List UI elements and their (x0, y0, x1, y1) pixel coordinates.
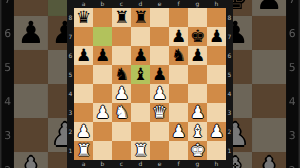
square-b7[interactable] (93, 27, 112, 46)
square-d4[interactable] (131, 84, 150, 103)
file-label: f (169, 0, 188, 8)
square-e5[interactable]: ♟ (150, 65, 169, 84)
piece-black-bishop: ♝ (131, 65, 150, 84)
square-f3[interactable] (169, 103, 188, 122)
piece-black-rook: ♜ (112, 8, 131, 27)
piece-black-knight: ♞ (169, 46, 188, 65)
square-d2[interactable] (131, 122, 150, 141)
file-label: f (169, 160, 188, 168)
square-d6[interactable]: ♟ (131, 46, 150, 65)
piece-white-pawn: ♟ (74, 122, 93, 141)
square-a8[interactable]: ♛ (74, 8, 93, 27)
file-label: d (131, 160, 150, 168)
square-b1[interactable] (93, 141, 112, 160)
square-h2[interactable]: ♟ (207, 122, 226, 141)
square-c3[interactable]: ♞ (112, 103, 131, 122)
rank-label: 2 (67, 122, 74, 141)
square-f6[interactable]: ♞ (169, 46, 188, 65)
square-a6: ♟ (14, 16, 48, 50)
file-label: g (188, 160, 207, 168)
piece-white-rook: ♜ (74, 141, 93, 160)
square-b5[interactable] (93, 65, 112, 84)
piece-black-rook: ♜ (131, 8, 150, 27)
square-c7[interactable] (112, 27, 131, 46)
square-a2[interactable]: ♟ (74, 122, 93, 141)
square-g6[interactable]: ♟ (188, 46, 207, 65)
rank-label: 6 (1, 16, 14, 50)
chess-board: abcdefgh87654321♛♜♜♟♚♟♟♟♟♞♟♞♝♟♟♟♟♞♛♟♟♟♝♟… (67, 0, 233, 168)
file-label: h (207, 0, 226, 8)
square-a2: ♟ (14, 152, 48, 168)
square-e1[interactable] (150, 141, 169, 160)
square-f2[interactable]: ♟ (169, 122, 188, 141)
square-f1[interactable] (169, 141, 188, 160)
piece-white-pawn: ♟ (93, 103, 112, 122)
square-d1[interactable]: ♜ (131, 141, 150, 160)
square-d5[interactable]: ♝ (131, 65, 150, 84)
rank-label: 5 (226, 65, 233, 84)
square-a6[interactable]: ♟ (74, 46, 93, 65)
square-g1[interactable]: ♚ (188, 141, 207, 160)
rank-label: 4 (1, 84, 14, 118)
square-h2: ♟ (252, 152, 286, 168)
square-f5[interactable] (169, 65, 188, 84)
rank-label: 8 (67, 8, 74, 27)
square-h4[interactable] (207, 84, 226, 103)
file-label: e (150, 160, 169, 168)
square-f4[interactable] (169, 84, 188, 103)
square-h5 (252, 50, 286, 84)
square-h6[interactable] (207, 46, 226, 65)
rank-label: 4 (226, 84, 233, 103)
square-h3[interactable] (207, 103, 226, 122)
square-c4[interactable]: ♟ (112, 84, 131, 103)
square-f7[interactable]: ♟ (169, 27, 188, 46)
square-h6 (252, 16, 286, 50)
rank-label: 7 (286, 0, 299, 16)
file-label: a (74, 160, 93, 168)
piece-black-pawn: ♟ (93, 46, 112, 65)
square-h3 (252, 118, 286, 152)
square-c2[interactable] (112, 122, 131, 141)
square-g3[interactable]: ♟ (188, 103, 207, 122)
rank-label: 6 (286, 16, 299, 50)
square-g2[interactable]: ♝ (188, 122, 207, 141)
square-a7[interactable] (74, 27, 93, 46)
rank-label: 4 (286, 84, 299, 118)
file-label: b (93, 160, 112, 168)
piece-black-knight: ♞ (112, 65, 131, 84)
square-g5[interactable] (188, 65, 207, 84)
piece-white-pawn: ♟ (14, 152, 48, 168)
piece-white-pawn: ♟ (252, 152, 286, 168)
square-f8[interactable] (169, 8, 188, 27)
rank-label: 5 (286, 50, 299, 84)
square-a4[interactable] (74, 84, 93, 103)
piece-black-queen: ♛ (74, 8, 93, 27)
square-d8[interactable]: ♜ (131, 8, 150, 27)
rank-label: 1 (226, 141, 233, 160)
square-a3[interactable] (74, 103, 93, 122)
square-b8[interactable] (93, 8, 112, 27)
file-label: e (150, 0, 169, 8)
rank-label: 6 (67, 46, 74, 65)
piece-white-pawn: ♟ (207, 122, 226, 141)
square-e4[interactable]: ♟ (150, 84, 169, 103)
rank-label: 7 (1, 0, 14, 16)
square-a5 (14, 50, 48, 84)
square-h7: ♟ (252, 0, 286, 16)
piece-white-king: ♚ (188, 141, 207, 160)
piece-black-pawn: ♟ (74, 46, 93, 65)
rank-label: 2 (1, 152, 14, 168)
square-g4[interactable] (188, 84, 207, 103)
square-h4 (252, 84, 286, 118)
piece-black-pawn: ♟ (169, 27, 188, 46)
square-a1[interactable]: ♜ (74, 141, 93, 160)
square-e8[interactable] (150, 8, 169, 27)
rank-label: 3 (67, 103, 74, 122)
file-label: h (207, 160, 226, 168)
square-c6[interactable] (112, 46, 131, 65)
piece-black-king: ♚ (188, 27, 207, 46)
rank-label: 8 (226, 8, 233, 27)
square-c8[interactable]: ♜ (112, 8, 131, 27)
square-c5[interactable]: ♞ (112, 65, 131, 84)
square-g7[interactable]: ♚ (188, 27, 207, 46)
rank-label: 6 (226, 46, 233, 65)
square-a4 (14, 84, 48, 118)
square-h8[interactable] (207, 8, 226, 27)
rank-label: 3 (286, 118, 299, 152)
squares-grid: ♛♜♜♟♚♟♟♟♟♞♟♞♝♟♟♟♟♞♛♟♟♟♝♟♜♜♚ (74, 8, 226, 160)
square-e2[interactable] (150, 122, 169, 141)
piece-black-pawn: ♟ (150, 65, 169, 84)
rank-label: 5 (1, 50, 14, 84)
square-b2[interactable] (93, 122, 112, 141)
rank-label: 7 (67, 27, 74, 46)
rank-label: 5 (67, 65, 74, 84)
square-e6[interactable] (150, 46, 169, 65)
square-b6[interactable]: ♟ (93, 46, 112, 65)
square-d3[interactable] (131, 103, 150, 122)
piece-white-pawn: ♟ (188, 103, 207, 122)
square-h1[interactable] (207, 141, 226, 160)
rank-label: 3 (226, 103, 233, 122)
piece-white-knight: ♞ (112, 103, 131, 122)
rank-label: 4 (67, 84, 74, 103)
piece-white-pawn: ♟ (112, 84, 131, 103)
square-g8[interactable] (188, 8, 207, 27)
piece-black-pawn: ♟ (131, 46, 150, 65)
file-label: c (112, 160, 131, 168)
file-label: b (93, 0, 112, 8)
piece-white-pawn: ♟ (169, 122, 188, 141)
piece-black-pawn: ♟ (14, 16, 48, 50)
rank-label: 1 (67, 141, 74, 160)
square-a3 (14, 118, 48, 152)
video-frame: abcdefgh87654321♛♜♜♟♚♟♟♟♟♞♟♞♝♟♟♟♟♞♛♟♟♟♝♟… (0, 0, 300, 168)
file-label: g (188, 0, 207, 8)
piece-black-pawn: ♟ (207, 27, 226, 46)
square-d7[interactable] (131, 27, 150, 46)
rank-label: 7 (226, 27, 233, 46)
square-b3[interactable]: ♟ (93, 103, 112, 122)
square-c1[interactable] (112, 141, 131, 160)
square-e3[interactable]: ♛ (150, 103, 169, 122)
piece-white-rook: ♜ (131, 141, 150, 160)
piece-black-pawn: ♟ (188, 46, 207, 65)
piece-white-bishop: ♝ (188, 122, 207, 141)
piece-white-pawn: ♟ (150, 84, 169, 103)
piece-black-pawn: ♟ (252, 0, 286, 16)
square-b4[interactable] (93, 84, 112, 103)
piece-white-queen: ♛ (150, 103, 169, 122)
square-h7[interactable]: ♟ (207, 27, 226, 46)
square-a5[interactable] (74, 65, 93, 84)
square-e7[interactable] (150, 27, 169, 46)
rank-label: 3 (1, 118, 14, 152)
rank-label: 2 (286, 152, 299, 168)
square-h5[interactable] (207, 65, 226, 84)
rank-label: 2 (226, 122, 233, 141)
